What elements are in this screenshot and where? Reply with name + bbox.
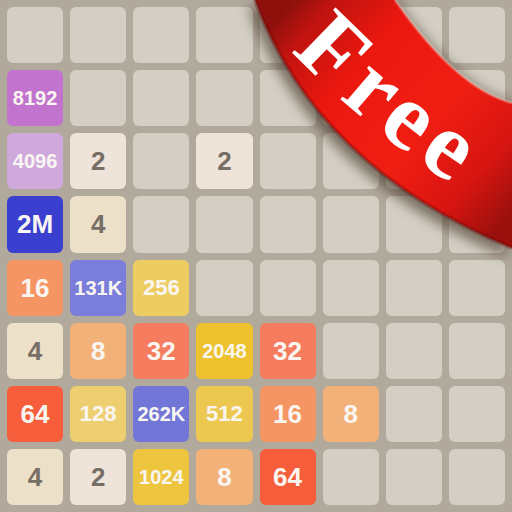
empty-cell [70,70,126,126]
tile-16: 16 [7,260,63,316]
tile-2048: 2048 [196,323,252,379]
empty-cell [323,133,379,189]
tile-2: 2 [196,133,252,189]
tile-4: 4 [7,323,63,379]
tile-32: 32 [133,323,189,379]
empty-cell [196,70,252,126]
empty-cell [386,386,442,442]
empty-cell [260,260,316,316]
tile-16: 16 [260,386,316,442]
empty-cell [133,7,189,63]
tile-4: 4 [7,449,63,505]
tile-128: 128 [70,386,126,442]
empty-cell [323,260,379,316]
empty-cell [449,133,505,189]
tile-4096: 4096 [7,133,63,189]
empty-cell [70,7,126,63]
board[interactable]: 81924096222M416131K256483220483264128262… [0,0,512,512]
tile-8: 8 [196,449,252,505]
tile-8: 8 [70,323,126,379]
empty-cell [260,7,316,63]
empty-cell [7,7,63,63]
empty-cell [323,7,379,63]
empty-cell [386,70,442,126]
tile-512: 512 [196,386,252,442]
empty-cell [449,323,505,379]
empty-cell [449,70,505,126]
empty-cell [260,196,316,252]
empty-cell [196,196,252,252]
tile-64: 64 [260,449,316,505]
tile-32: 32 [260,323,316,379]
empty-cell [449,386,505,442]
empty-cell [449,7,505,63]
empty-cell [133,70,189,126]
tile-2: 2 [70,449,126,505]
empty-cell [323,196,379,252]
tile-64: 64 [7,386,63,442]
empty-cell [386,260,442,316]
tile-262K: 262K [133,386,189,442]
empty-cell [386,196,442,252]
tile-1024: 1024 [133,449,189,505]
empty-cell [386,133,442,189]
tile-8: 8 [323,386,379,442]
tile-8192: 8192 [7,70,63,126]
empty-cell [386,323,442,379]
empty-cell [323,449,379,505]
tile-131K: 131K [70,260,126,316]
empty-cell [133,133,189,189]
tile-256: 256 [133,260,189,316]
empty-cell [449,260,505,316]
empty-cell [386,449,442,505]
tile-2: 2 [70,133,126,189]
tile-2M: 2M [7,196,63,252]
empty-cell [196,7,252,63]
empty-cell [133,196,189,252]
empty-cell [323,70,379,126]
empty-cell [449,449,505,505]
tile-4: 4 [70,196,126,252]
empty-cell [196,260,252,316]
empty-cell [449,196,505,252]
empty-cell [260,133,316,189]
app-icon-2048-free: 81924096222M416131K256483220483264128262… [0,0,512,512]
empty-cell [260,70,316,126]
empty-cell [323,323,379,379]
empty-cell [386,7,442,63]
